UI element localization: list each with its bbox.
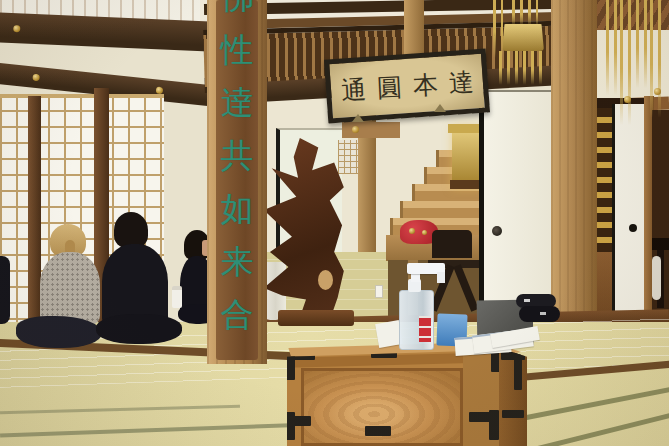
ornament-bell: [654, 88, 661, 95]
temple-hall-photo: 通 圓 本 達 佛 性 逹 共: [0, 0, 669, 446]
ornament-fringe: [499, 51, 547, 85]
chair-back: [432, 230, 472, 258]
gilded-shrine-ornament: [452, 126, 482, 188]
dark-table: [652, 238, 669, 250]
far-right-room: [652, 110, 669, 332]
black-cushions: [514, 294, 560, 324]
sign-character: 達: [448, 65, 475, 99]
sign-character: 通: [340, 73, 367, 107]
cushion-tag: [540, 312, 546, 315]
visitor-black-hair: [114, 212, 148, 248]
sculpture-base-plank: [278, 310, 354, 326]
chest-bracket: [502, 410, 524, 418]
fusuma-handle: [629, 224, 637, 232]
chair-leg: [453, 264, 478, 312]
sign-character: 圓: [376, 70, 403, 104]
sign-hook: [352, 114, 364, 122]
storage-chest-front: [287, 350, 501, 446]
hanging-ornament-left: [494, 0, 552, 86]
beam-nail-ornament: [13, 25, 20, 32]
chest-bracket: [489, 410, 499, 440]
chest-bracket: [514, 352, 522, 390]
sign-hook: [434, 104, 446, 112]
visitor-black-legs: [96, 314, 182, 344]
ornament-strand: [620, 0, 634, 125]
ornament-bell: [624, 96, 631, 103]
ornament-lantern: [502, 24, 544, 51]
visitor-blonde-sweater: [40, 252, 100, 324]
pillar-character: 逹: [221, 86, 254, 119]
left-edge-visitor: [0, 256, 10, 324]
pillar-character: 如: [221, 192, 254, 225]
sanitizer-label: [419, 316, 431, 342]
sculpture-hole: [318, 270, 333, 290]
right-pillar: [551, 0, 597, 322]
inner-lintel-bracket: [342, 122, 400, 138]
beam-nail-ornament: [32, 74, 40, 82]
cloth-gold-pattern: [422, 230, 427, 235]
white-towel-roll: [652, 256, 661, 300]
sanitizer-bottle: [399, 290, 434, 350]
small-bottle-on-tatami: [172, 286, 182, 308]
altar-step-2: [400, 201, 481, 219]
pillar-character: 合: [221, 298, 254, 331]
inner-shoji-window: [338, 140, 360, 174]
pillar-calligraphy-plaque: 佛 性 逹 共 如 来 合: [216, 0, 258, 360]
sign-character: 本: [412, 68, 439, 102]
ornament-chains: [493, 0, 503, 58]
wall-socket: [375, 285, 383, 298]
pillar-character: 性: [221, 33, 254, 66]
visitor-blonde-legs: [16, 316, 102, 348]
cushion-tag: [524, 299, 530, 302]
pillar-character: 佛: [221, 0, 254, 13]
ornament-chains: [512, 0, 538, 26]
ornament-strand: [636, 0, 648, 88]
ornament-strand: [650, 0, 666, 118]
pillar-character: 共: [221, 139, 254, 172]
storage-chest-side: [499, 348, 527, 446]
cloth-gold-pattern: [409, 228, 415, 234]
hanging-ornament-right: [604, 0, 669, 130]
bracket-nail-ornament: [352, 126, 359, 133]
chest-strap: [365, 426, 391, 436]
calligraphy-signboard: 通 圓 本 達: [324, 48, 490, 123]
sanitizer-pump-spout: [437, 272, 445, 283]
pillar-character: 来: [221, 245, 254, 278]
ornament-strand: [606, 0, 618, 95]
fusuma-handle: [492, 226, 502, 236]
